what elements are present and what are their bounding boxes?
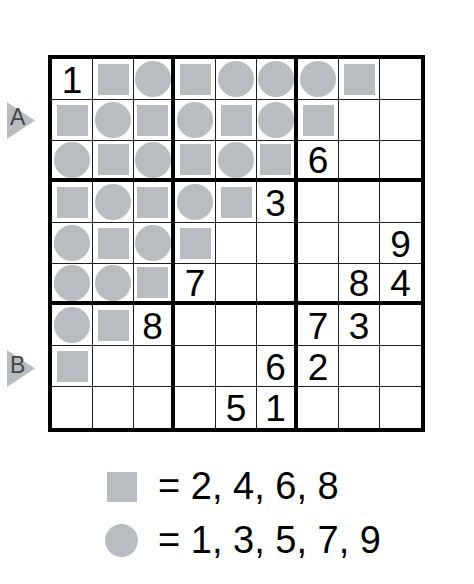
marker-A: A — [7, 102, 35, 139]
cell-r6c9[interactable]: 4 — [380, 264, 421, 305]
cell-r8c9[interactable] — [380, 346, 421, 387]
cell-r3c8[interactable] — [339, 141, 380, 182]
cell-r9c9[interactable] — [380, 387, 421, 428]
marker-B-label: B — [10, 352, 25, 379]
cell-r1c8[interactable] — [339, 59, 380, 100]
odd-circle-shade — [135, 61, 171, 97]
given-digit: 1 — [265, 390, 286, 427]
cell-r9c2[interactable] — [93, 387, 134, 428]
cell-r6c8[interactable]: 8 — [339, 264, 380, 305]
cell-r7c4[interactable] — [175, 305, 216, 346]
odd-circle-shade — [258, 102, 294, 138]
odd-circle-shade — [54, 265, 90, 301]
even-square-shade — [57, 351, 88, 382]
odd-circle-shade — [95, 184, 131, 220]
cell-r7c7[interactable]: 7 — [298, 305, 339, 346]
even-square-shade — [98, 228, 129, 259]
odd-circle-shade — [300, 61, 336, 97]
even-square-shade — [98, 310, 129, 341]
even-square-icon — [105, 470, 138, 503]
given-digit: 7 — [308, 308, 329, 345]
odd-circle-shade — [54, 142, 90, 178]
cell-r7c8[interactable]: 3 — [339, 305, 380, 346]
cell-r4c4[interactable] — [175, 182, 216, 223]
cell-r9c7[interactable] — [298, 387, 339, 428]
odd-circle-shade — [95, 102, 131, 138]
given-digit: 1 — [62, 62, 83, 99]
cell-r1c5[interactable] — [216, 59, 257, 100]
cell-r7c1[interactable] — [52, 305, 93, 346]
cell-r4c5[interactable] — [216, 182, 257, 223]
even-square-shade — [57, 105, 88, 136]
cell-r7c3[interactable]: 8 — [134, 305, 175, 346]
cell-r6c6[interactable] — [257, 264, 298, 305]
cell-r2c7[interactable] — [298, 100, 339, 141]
cell-r2c5[interactable] — [216, 100, 257, 141]
cell-r8c7[interactable]: 2 — [298, 346, 339, 387]
odd-circle-shade — [218, 61, 254, 97]
given-digit: 8 — [142, 308, 163, 345]
given-digit: 3 — [265, 185, 286, 222]
cell-r2c3[interactable] — [134, 100, 175, 141]
cell-r1c6[interactable] — [257, 59, 298, 100]
cell-r7c5[interactable] — [216, 305, 257, 346]
even-square-shade — [221, 105, 252, 136]
cell-r6c4[interactable]: 7 — [175, 264, 216, 305]
even-square-shade — [98, 64, 129, 95]
even-square-shade — [344, 64, 375, 95]
odd-circle-shade — [177, 102, 213, 138]
odd-circle-shade — [218, 142, 254, 178]
cell-r9c5[interactable]: 5 — [216, 387, 257, 428]
even-square-shade — [303, 105, 334, 136]
given-digit: 7 — [185, 265, 206, 302]
cell-r9c6[interactable]: 1 — [257, 387, 298, 428]
cell-r5c5[interactable] — [216, 223, 257, 264]
given-digit: 5 — [226, 390, 247, 427]
odd-circle-shade — [258, 61, 294, 97]
cell-r3c6[interactable] — [257, 141, 298, 182]
cell-r5c6[interactable] — [257, 223, 298, 264]
cell-r2c9[interactable] — [380, 100, 421, 141]
cell-r4c8[interactable] — [339, 182, 380, 223]
sudoku-board: 16397848736251 — [48, 55, 425, 432]
given-digit: 2 — [308, 349, 329, 386]
cell-r1c3[interactable] — [134, 59, 175, 100]
cell-r6c5[interactable] — [216, 264, 257, 305]
cell-r2c6[interactable] — [257, 100, 298, 141]
cell-r6c7[interactable] — [298, 264, 339, 305]
legend-even: = 2, 4, 6, 8 — [105, 470, 339, 503]
cell-r1c2[interactable] — [93, 59, 134, 100]
even-square-shade — [137, 187, 168, 218]
cell-r2c8[interactable] — [339, 100, 380, 141]
cell-r3c3[interactable] — [134, 141, 175, 182]
odd-circle-icon — [105, 524, 138, 557]
cell-r7c6[interactable] — [257, 305, 298, 346]
cell-r6c3[interactable] — [134, 264, 175, 305]
even-square-shade — [98, 144, 129, 175]
cell-r2c2[interactable] — [93, 100, 134, 141]
legend-odd: = 1, 3, 5, 7, 9 — [105, 524, 381, 557]
cell-r4c9[interactable] — [380, 182, 421, 223]
marker-A-label: A — [10, 104, 25, 131]
cell-r2c4[interactable] — [175, 100, 216, 141]
cell-r8c3[interactable] — [134, 346, 175, 387]
even-square-shade — [180, 64, 211, 95]
puzzle-image: A B 16397848736251 = 2, 4, 6, 8 = 1, 3, … — [0, 0, 474, 584]
cell-r9c3[interactable] — [134, 387, 175, 428]
cell-r9c8[interactable] — [339, 387, 380, 428]
cell-r1c9[interactable] — [380, 59, 421, 100]
cell-r5c2[interactable] — [93, 223, 134, 264]
odd-circle-shade — [135, 225, 171, 261]
cell-r8c5[interactable] — [216, 346, 257, 387]
odd-circle-shade — [54, 307, 90, 343]
cell-r6c2[interactable] — [93, 264, 134, 305]
even-square-shade — [137, 105, 168, 136]
cell-r7c9[interactable] — [380, 305, 421, 346]
given-digit: 4 — [390, 265, 411, 302]
cell-r3c4[interactable] — [175, 141, 216, 182]
cell-r6c1[interactable] — [52, 264, 93, 305]
cell-r4c1[interactable] — [52, 182, 93, 223]
odd-circle-shade — [54, 225, 90, 261]
odd-circle-shade — [135, 142, 171, 178]
given-digit: 6 — [265, 349, 286, 386]
cell-r9c1[interactable] — [52, 387, 93, 428]
cell-r4c7[interactable] — [298, 182, 339, 223]
cell-r5c1[interactable] — [52, 223, 93, 264]
even-square-shade — [137, 267, 168, 298]
even-values-label: = 2, 4, 6, 8 — [158, 470, 339, 503]
cell-r9c4[interactable] — [175, 387, 216, 428]
even-square-shade — [180, 228, 211, 259]
cell-r1c4[interactable] — [175, 59, 216, 100]
cell-r8c2[interactable] — [93, 346, 134, 387]
cell-r1c7[interactable] — [298, 59, 339, 100]
cell-r3c1[interactable] — [52, 141, 93, 182]
cell-r3c5[interactable] — [216, 141, 257, 182]
given-digit: 9 — [390, 226, 411, 263]
marker-B: B — [7, 350, 35, 387]
cell-r5c8[interactable] — [339, 223, 380, 264]
cell-r2c1[interactable] — [52, 100, 93, 141]
cell-r8c4[interactable] — [175, 346, 216, 387]
cell-r4c6[interactable]: 3 — [257, 182, 298, 223]
cell-r3c2[interactable] — [93, 141, 134, 182]
cell-r3c7[interactable]: 6 — [298, 141, 339, 182]
cell-r8c8[interactable] — [339, 346, 380, 387]
cell-r3c9[interactable] — [380, 141, 421, 182]
cell-r7c2[interactable] — [93, 305, 134, 346]
odd-values-label: = 1, 3, 5, 7, 9 — [158, 524, 381, 557]
cell-r1c1[interactable]: 1 — [52, 59, 93, 100]
cell-r5c7[interactable] — [298, 223, 339, 264]
cell-r5c9[interactable]: 9 — [380, 223, 421, 264]
given-digit: 8 — [349, 265, 370, 302]
odd-circle-shade — [177, 184, 213, 220]
even-square-shade — [180, 144, 211, 175]
cell-r5c4[interactable] — [175, 223, 216, 264]
cell-r8c6[interactable]: 6 — [257, 346, 298, 387]
cell-r4c2[interactable] — [93, 182, 134, 223]
cell-r4c3[interactable] — [134, 182, 175, 223]
even-square-shade — [57, 187, 88, 218]
even-square-shade — [260, 144, 291, 175]
odd-circle-shade — [95, 265, 131, 301]
cell-r5c3[interactable] — [134, 223, 175, 264]
even-square-shade — [221, 187, 252, 218]
given-digit: 3 — [349, 308, 370, 345]
given-digit: 6 — [308, 142, 329, 179]
cell-r8c1[interactable] — [52, 346, 93, 387]
